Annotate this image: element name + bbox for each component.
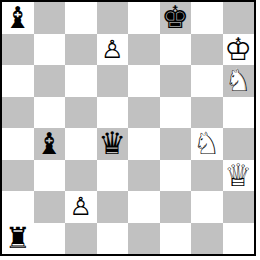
- black-bishop-icon: ♝: [4, 3, 31, 33]
- white-piece-fill: ♞: [224, 65, 252, 96]
- white-piece-fill: ♛: [224, 160, 252, 191]
- square-h7[interactable]: ♚♔: [223, 34, 255, 66]
- square-b4[interactable]: ♝: [34, 128, 66, 160]
- square-c1[interactable]: [65, 223, 97, 255]
- square-g3[interactable]: [191, 160, 223, 192]
- square-g8[interactable]: [191, 2, 223, 34]
- square-a8[interactable]: ♝: [2, 2, 34, 34]
- square-a5[interactable]: [2, 97, 34, 129]
- square-f4[interactable]: [160, 128, 192, 160]
- square-d5[interactable]: [97, 97, 129, 129]
- square-d6[interactable]: [97, 65, 129, 97]
- white-king-h7: ♚♔: [224, 34, 252, 65]
- white-piece-fill: ♟: [101, 37, 123, 62]
- square-b5[interactable]: [34, 97, 66, 129]
- square-c5[interactable]: [65, 97, 97, 129]
- white-pawn-d7: ♟♙: [101, 37, 123, 62]
- square-f3[interactable]: [160, 160, 192, 192]
- square-g2[interactable]: [191, 191, 223, 223]
- square-f5[interactable]: [160, 97, 192, 129]
- square-b6[interactable]: [34, 65, 66, 97]
- square-f1[interactable]: [160, 223, 192, 255]
- square-c2[interactable]: ♟♙: [65, 191, 97, 223]
- square-f2[interactable]: [160, 191, 192, 223]
- white-piece-fill: ♟: [70, 194, 92, 219]
- square-h8[interactable]: [223, 2, 255, 34]
- square-g6[interactable]: [191, 65, 223, 97]
- square-e4[interactable]: [128, 128, 160, 160]
- black-king-f8: ♚: [161, 2, 189, 33]
- square-e6[interactable]: [128, 65, 160, 97]
- white-piece-fill: ♞: [193, 128, 221, 159]
- black-bishop-icon: ♝: [36, 129, 63, 159]
- white-knight-g4: ♞♘: [193, 128, 221, 159]
- white-queen-h3: ♛♕: [224, 160, 252, 191]
- square-a1[interactable]: ♜: [2, 223, 34, 255]
- square-f7[interactable]: [160, 34, 192, 66]
- square-b3[interactable]: [34, 160, 66, 192]
- square-e8[interactable]: [128, 2, 160, 34]
- square-a2[interactable]: [2, 191, 34, 223]
- black-bishop-b4: ♝: [36, 129, 63, 159]
- square-b2[interactable]: [34, 191, 66, 223]
- square-d2[interactable]: [97, 191, 129, 223]
- square-g4[interactable]: ♞♘: [191, 128, 223, 160]
- square-h3[interactable]: ♛♕: [223, 160, 255, 192]
- white-pawn-c2: ♟♙: [70, 194, 92, 219]
- square-d4[interactable]: ♛: [97, 128, 129, 160]
- square-c6[interactable]: [65, 65, 97, 97]
- square-h5[interactable]: [223, 97, 255, 129]
- square-c8[interactable]: [65, 2, 97, 34]
- white-queen-icon: ♕: [224, 160, 252, 191]
- square-c4[interactable]: [65, 128, 97, 160]
- square-g1[interactable]: [191, 223, 223, 255]
- square-d1[interactable]: [97, 223, 129, 255]
- square-f6[interactable]: [160, 65, 192, 97]
- square-b8[interactable]: [34, 2, 66, 34]
- square-c7[interactable]: [65, 34, 97, 66]
- square-d8[interactable]: [97, 2, 129, 34]
- square-h1[interactable]: [223, 223, 255, 255]
- square-a4[interactable]: [2, 128, 34, 160]
- white-pawn-icon: ♙: [70, 194, 92, 219]
- black-rook-a1: ♜: [5, 224, 31, 253]
- white-pawn-icon: ♙: [101, 37, 123, 62]
- black-queen-d4: ♛: [98, 128, 126, 159]
- square-g5[interactable]: [191, 97, 223, 129]
- black-rook-icon: ♜: [5, 224, 31, 253]
- square-a6[interactable]: [2, 65, 34, 97]
- white-knight-h6: ♞♘: [224, 65, 252, 96]
- black-king-icon: ♚: [161, 2, 189, 33]
- white-piece-fill: ♚: [224, 34, 252, 65]
- square-c3[interactable]: [65, 160, 97, 192]
- square-e7[interactable]: [128, 34, 160, 66]
- white-king-icon: ♔: [224, 34, 252, 65]
- square-e2[interactable]: [128, 191, 160, 223]
- square-g7[interactable]: [191, 34, 223, 66]
- square-a7[interactable]: [2, 34, 34, 66]
- square-h6[interactable]: ♞♘: [223, 65, 255, 97]
- chess-board: ♝♚♟♙♚♔♞♘♝♛♞♘♛♕♟♙♜: [0, 0, 256, 256]
- square-b7[interactable]: [34, 34, 66, 66]
- square-e1[interactable]: [128, 223, 160, 255]
- square-h2[interactable]: [223, 191, 255, 223]
- square-d3[interactable]: [97, 160, 129, 192]
- black-bishop-a8: ♝: [4, 3, 31, 33]
- square-b1[interactable]: [34, 223, 66, 255]
- square-h4[interactable]: [223, 128, 255, 160]
- square-e5[interactable]: [128, 97, 160, 129]
- square-f8[interactable]: ♚: [160, 2, 192, 34]
- white-knight-icon: ♘: [193, 128, 221, 159]
- black-queen-icon: ♛: [98, 128, 126, 159]
- square-d7[interactable]: ♟♙: [97, 34, 129, 66]
- white-knight-icon: ♘: [224, 65, 252, 96]
- square-a3[interactable]: [2, 160, 34, 192]
- square-e3[interactable]: [128, 160, 160, 192]
